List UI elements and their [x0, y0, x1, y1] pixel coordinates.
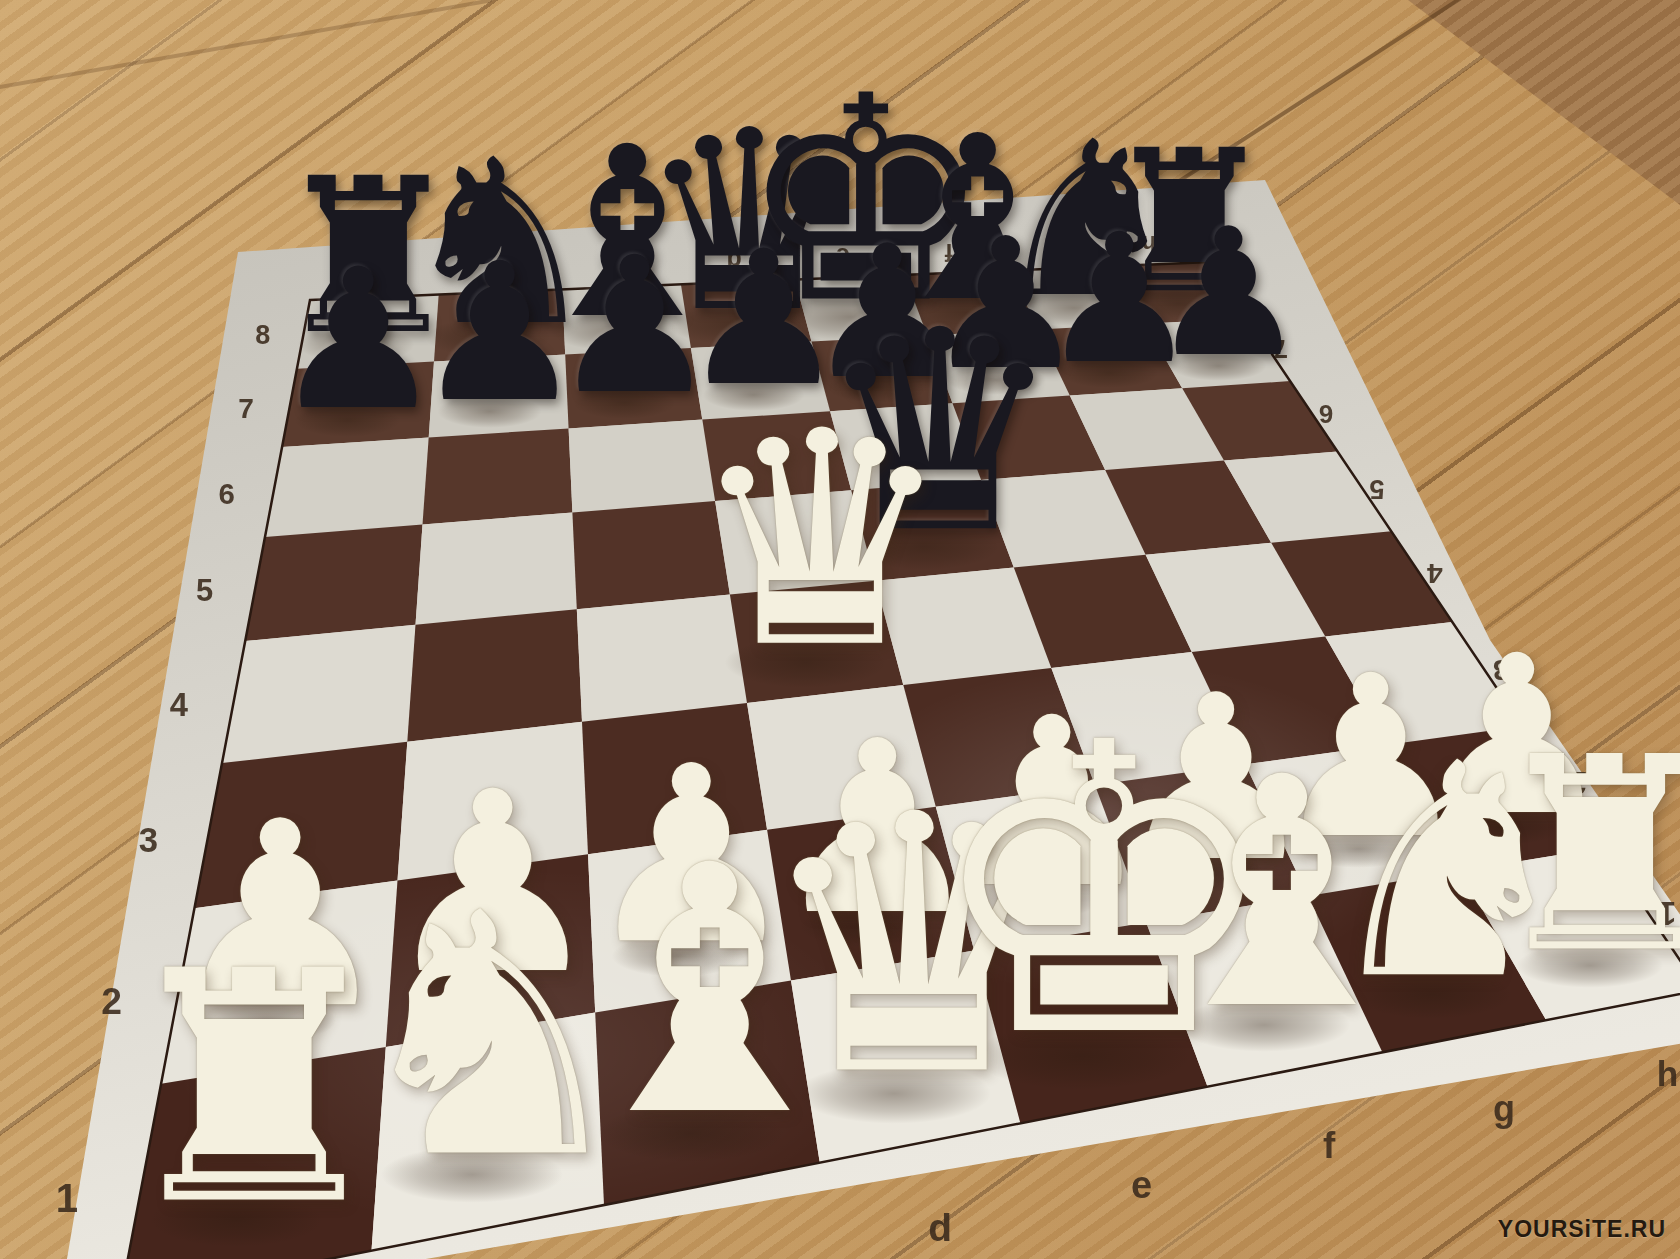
coord-rank-left-6: 6 — [219, 479, 235, 508]
square-b5 — [416, 513, 577, 625]
coord-file-bottom-e: e — [1131, 1167, 1152, 1205]
coord-rank-right-6: 6 — [1319, 401, 1334, 427]
square-a5 — [245, 524, 422, 641]
watermark: YOURSiTE.RU — [1498, 1216, 1666, 1243]
coord-file-bottom-h: h — [1657, 1057, 1679, 1092]
coord-file-bottom-g: g — [1493, 1091, 1515, 1127]
piece-white-rook-h1: ♜ — [1485, 722, 1680, 990]
coord-rank-right-4: 4 — [1427, 559, 1443, 587]
piece-black-pawn-h7: ♟ — [1149, 206, 1307, 382]
coord-rank-left-1: 1 — [56, 1179, 78, 1219]
coord-rank-left-8: 8 — [255, 322, 270, 349]
coord-file-bottom-f: f — [1323, 1127, 1335, 1164]
coord-file-bottom-d: d — [928, 1209, 952, 1248]
piece-white-queen-d4: ♛ — [689, 393, 954, 689]
chess-photo-scene: 1122334455667788aabbccddeeffgghh ♜♞♝♛♚♝♞… — [0, 0, 1680, 1259]
coord-file-bottom-c: c — [712, 1254, 734, 1259]
square-b4 — [407, 609, 582, 742]
coord-rank-left-7: 7 — [238, 395, 254, 423]
coord-rank-right-5: 5 — [1370, 475, 1385, 502]
coord-rank-left-5: 5 — [196, 576, 213, 607]
coord-rank-left-3: 3 — [139, 823, 158, 858]
coord-rank-left-4: 4 — [170, 689, 188, 722]
